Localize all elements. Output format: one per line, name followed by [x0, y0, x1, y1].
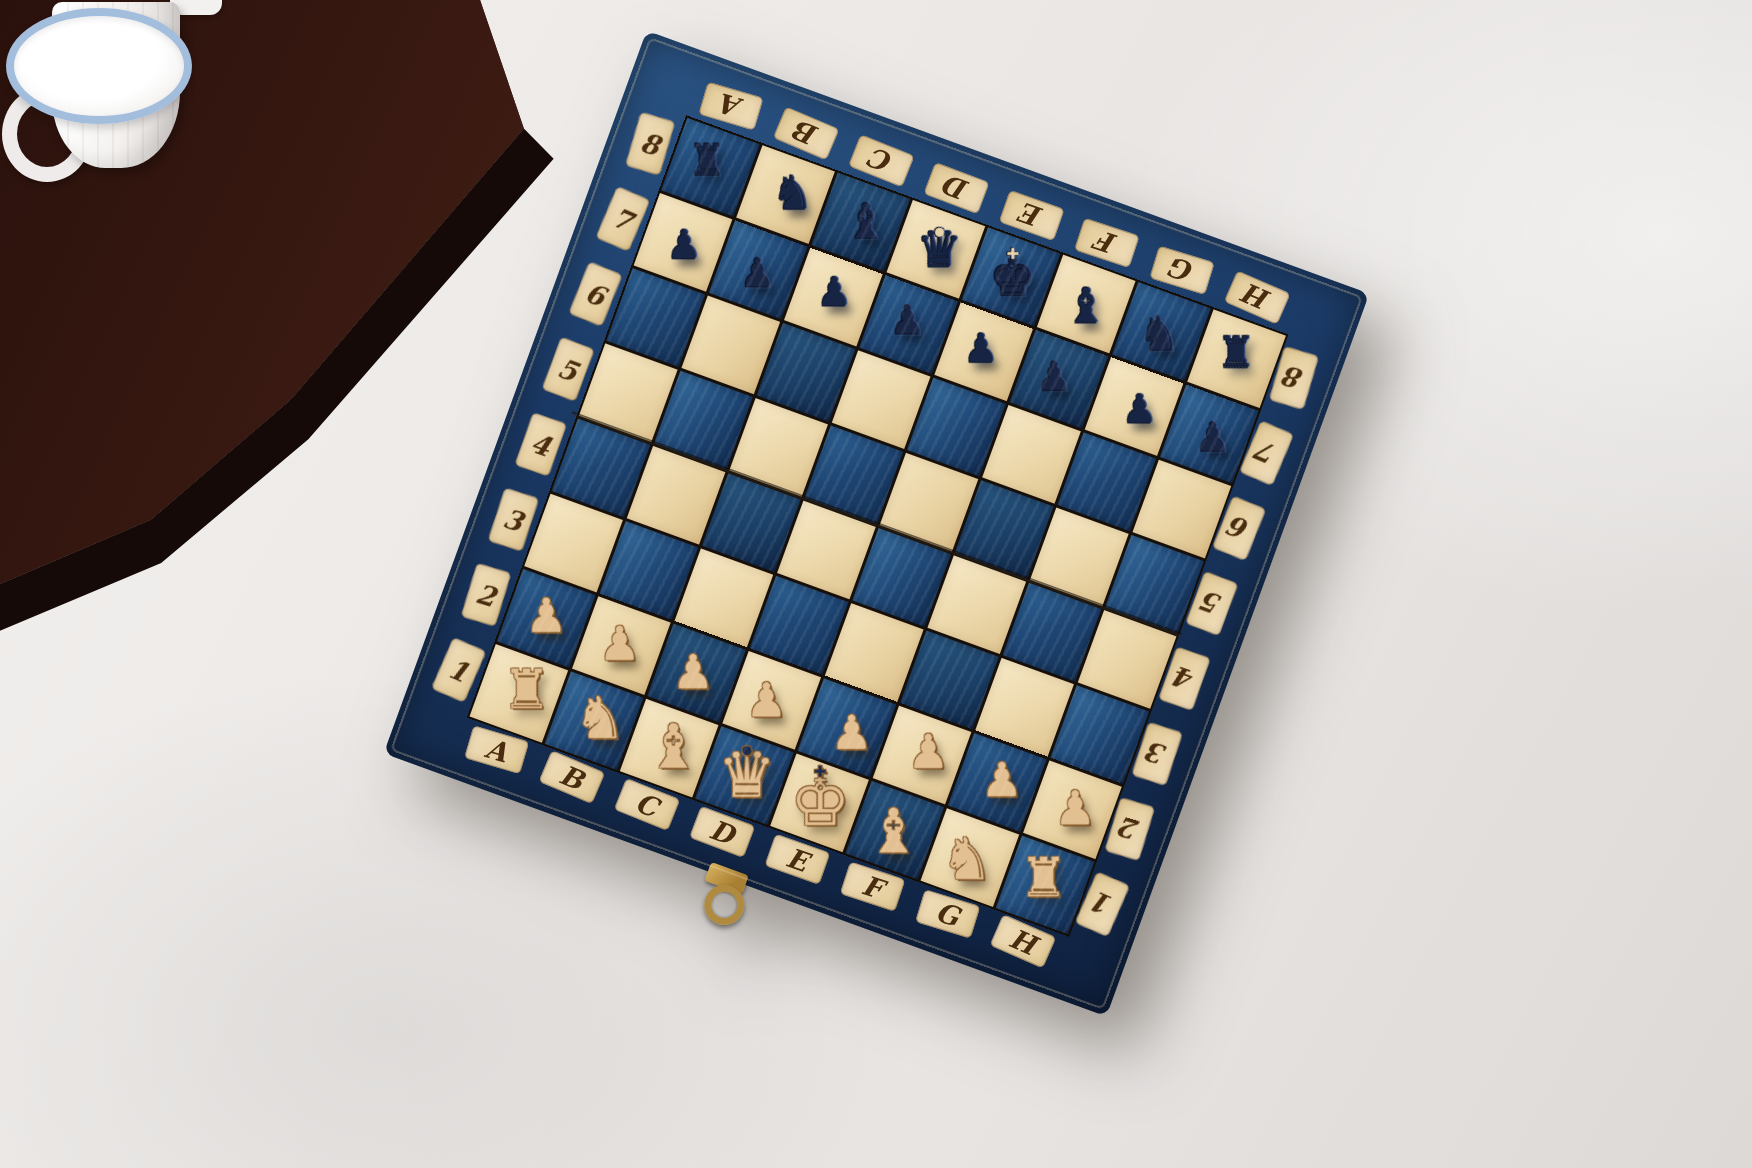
piece-white-bishop-f1[interactable]: ♝: [866, 800, 921, 861]
piece-black-queen-d8[interactable]: ♛●: [916, 223, 962, 274]
piece-white-pawn-b2[interactable]: ♟: [598, 619, 640, 666]
piece-white-queen-d1[interactable]: ♛●: [717, 741, 775, 806]
piece-white-king-e1[interactable]: ♚✚: [790, 768, 850, 835]
piece-black-pawn-c7[interactable]: ♟: [817, 272, 852, 311]
piece-black-rook-h8[interactable]: ♜: [1217, 331, 1256, 374]
piece-white-pawn-c2[interactable]: ♟: [672, 648, 714, 695]
crown-accent-d8: ●: [934, 225, 944, 237]
piece-black-pawn-d7[interactable]: ♟: [890, 300, 925, 339]
piece-white-pawn-e2[interactable]: ♟: [830, 708, 872, 755]
piece-white-knight-g1[interactable]: ♞: [941, 829, 993, 887]
mug-blue-rim: [6, 8, 192, 124]
piece-white-pawn-a2[interactable]: ♟: [525, 591, 567, 638]
piece-black-pawn-f7[interactable]: ♟: [1037, 356, 1072, 395]
piece-black-pawn-a7[interactable]: ♟: [666, 225, 701, 264]
scene: ABCDEFGH ABCDEFGH 87654321 87654321 ♜♞♝♛…: [0, 0, 1752, 1168]
chess-board: ABCDEFGH ABCDEFGH 87654321 87654321 ♜♞♝♛…: [384, 31, 1370, 1017]
enamel-mug: [0, 0, 225, 195]
piece-white-pawn-h2[interactable]: ♟: [1054, 784, 1096, 831]
crown-accent-e1: ✚: [814, 764, 827, 779]
piece-black-knight-g8[interactable]: ♞: [1139, 310, 1180, 356]
crown-accent-d1: ●: [741, 743, 751, 755]
crown-accent-e8: ✚: [1006, 246, 1019, 261]
piece-black-pawn-g7[interactable]: ♟: [1122, 389, 1157, 428]
piece-white-pawn-g2[interactable]: ♟: [980, 755, 1022, 802]
piece-black-knight-b8[interactable]: ♞: [772, 169, 813, 215]
piece-white-rook-a1[interactable]: ♜: [502, 662, 550, 716]
piece-white-bishop-c1[interactable]: ♝: [646, 715, 701, 776]
piece-black-pawn-h7[interactable]: ♟: [1195, 417, 1230, 456]
piece-black-bishop-c8[interactable]: ♝: [844, 196, 887, 244]
piece-black-king-e8[interactable]: ♚✚: [989, 250, 1036, 302]
piece-white-pawn-d2[interactable]: ♟: [745, 676, 787, 723]
piece-black-bishop-f8[interactable]: ♝: [1064, 281, 1107, 329]
piece-black-pawn-b7[interactable]: ♟: [740, 253, 775, 292]
piece-black-pawn-e7[interactable]: ♟: [963, 328, 998, 367]
piece-white-knight-b1[interactable]: ♞: [574, 688, 626, 746]
piece-black-rook-a8[interactable]: ♜: [688, 138, 727, 181]
board-anchor: ABCDEFGH ABCDEFGH 87654321 87654321 ♜♞♝♛…: [492, 139, 1261, 908]
piece-white-rook-h1[interactable]: ♜: [1019, 851, 1067, 905]
piece-white-pawn-f2[interactable]: ♟: [907, 727, 949, 774]
